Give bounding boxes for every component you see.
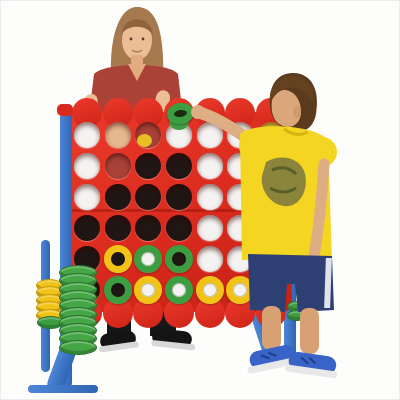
woman-bangs <box>122 19 153 36</box>
hole <box>197 246 223 272</box>
board-cell-r6c3 <box>133 274 164 305</box>
woman-left-shoe <box>97 329 139 352</box>
board-cell-r1c1 <box>72 119 103 150</box>
woman-smile <box>132 50 142 52</box>
hole <box>166 122 192 148</box>
hole <box>227 153 253 179</box>
woman-vneck <box>128 64 146 81</box>
hole <box>74 153 100 179</box>
boy-left-arm <box>313 164 324 262</box>
board-cell-r5c2 <box>103 243 134 274</box>
board-cell-r6c4 <box>164 274 195 305</box>
board-cell-r2c3 <box>133 150 164 181</box>
hole <box>258 184 284 210</box>
hole <box>227 184 253 210</box>
board-cell-r1c2 <box>103 119 134 150</box>
disc-yellow <box>104 245 132 273</box>
woman-right-shoe <box>151 328 197 351</box>
hole <box>197 215 223 241</box>
disc-yellow <box>226 276 254 304</box>
left-foot-pad <box>28 385 98 393</box>
right-green-stack-ring <box>287 310 306 321</box>
disc-yellow <box>134 276 162 304</box>
hole <box>227 246 253 272</box>
board-cell-r2c1 <box>72 150 103 181</box>
board-cell-r3c2 <box>103 181 134 212</box>
held-yellow-disc <box>137 134 152 147</box>
board-cell-r3c3 <box>133 181 164 212</box>
board-cell-r2c5 <box>194 150 225 181</box>
board-cell-r3c1 <box>72 181 103 212</box>
hole <box>105 215 131 241</box>
disc-yellow <box>196 276 224 304</box>
hole <box>105 153 131 179</box>
board-cell-r5c7 <box>255 243 286 274</box>
board-cell-r5c4 <box>164 243 195 274</box>
disc-green <box>165 276 193 304</box>
woman-eye <box>130 38 133 41</box>
hole <box>258 153 284 179</box>
board-cell-r2c7 <box>255 150 286 181</box>
hole <box>105 122 131 148</box>
disc-green <box>165 245 193 273</box>
disc-green <box>104 276 132 304</box>
hole <box>258 246 284 272</box>
board-cell-r5c6 <box>225 243 256 274</box>
hole <box>166 246 192 272</box>
board-cell-r2c6 <box>225 150 256 181</box>
hole <box>74 122 100 148</box>
board-cell-r2c2 <box>103 150 134 181</box>
boy-ear <box>293 106 301 118</box>
board-cell-r3c4 <box>164 181 195 212</box>
hole <box>135 215 161 241</box>
board-cell-r1c7 <box>255 119 286 150</box>
board-cell-r3c5 <box>194 181 225 212</box>
connect-four-board <box>66 112 292 312</box>
disc-green <box>257 276 285 304</box>
boy-shorts-stripe <box>324 258 332 308</box>
right-foot-pad <box>250 356 312 365</box>
board-cell-r4c2 <box>103 212 134 243</box>
board-cell-r4c3 <box>133 212 164 243</box>
hole <box>258 277 284 303</box>
hole <box>74 184 100 210</box>
hole <box>197 184 223 210</box>
hole <box>135 184 161 210</box>
board-cell-r5c3 <box>133 243 164 274</box>
hole <box>197 153 223 179</box>
hole <box>135 122 161 148</box>
hole <box>166 277 192 303</box>
hole <box>227 277 253 303</box>
board-cell-r1c5 <box>194 119 225 150</box>
board-cell-r3c7 <box>255 181 286 212</box>
hole <box>74 215 100 241</box>
hole <box>258 215 284 241</box>
board-cell-r6c6 <box>225 274 256 305</box>
board-cell-r1c6 <box>225 119 256 150</box>
left-green-stack-ring <box>59 340 97 355</box>
hole <box>105 246 131 272</box>
board-cell-r3c6 <box>225 181 256 212</box>
hole <box>105 184 131 210</box>
board-cell-r2c4 <box>164 150 195 181</box>
boy-left-hand <box>306 260 318 272</box>
hole <box>166 153 192 179</box>
board-cell-r1c3 <box>133 119 164 150</box>
board-grid <box>72 119 286 305</box>
hole <box>197 122 223 148</box>
board-cell-r6c2 <box>103 274 134 305</box>
left-post-cap <box>57 104 73 116</box>
product-photo-giant-connect-four <box>0 0 400 400</box>
hole <box>227 122 253 148</box>
hole <box>227 215 253 241</box>
hole <box>258 122 284 148</box>
board-cell-r5c5 <box>194 243 225 274</box>
hole <box>135 246 161 272</box>
hole <box>197 277 223 303</box>
board-cell-r4c1 <box>72 212 103 243</box>
hole <box>166 184 192 210</box>
hole <box>105 277 131 303</box>
hole <box>166 215 192 241</box>
board-cell-r4c7 <box>255 212 286 243</box>
hole <box>135 153 161 179</box>
hole <box>135 277 161 303</box>
boy-left-sleeve <box>307 137 337 167</box>
board-cell-r6c5 <box>194 274 225 305</box>
woman-head <box>122 20 152 60</box>
board-cell-r4c4 <box>164 212 195 243</box>
woman-eye <box>142 38 145 41</box>
board-cell-r4c6 <box>225 212 256 243</box>
disc-green <box>134 245 162 273</box>
board-cell-r4c5 <box>194 212 225 243</box>
board-cell-r6c7 <box>255 274 286 305</box>
woman-neck <box>131 55 143 68</box>
